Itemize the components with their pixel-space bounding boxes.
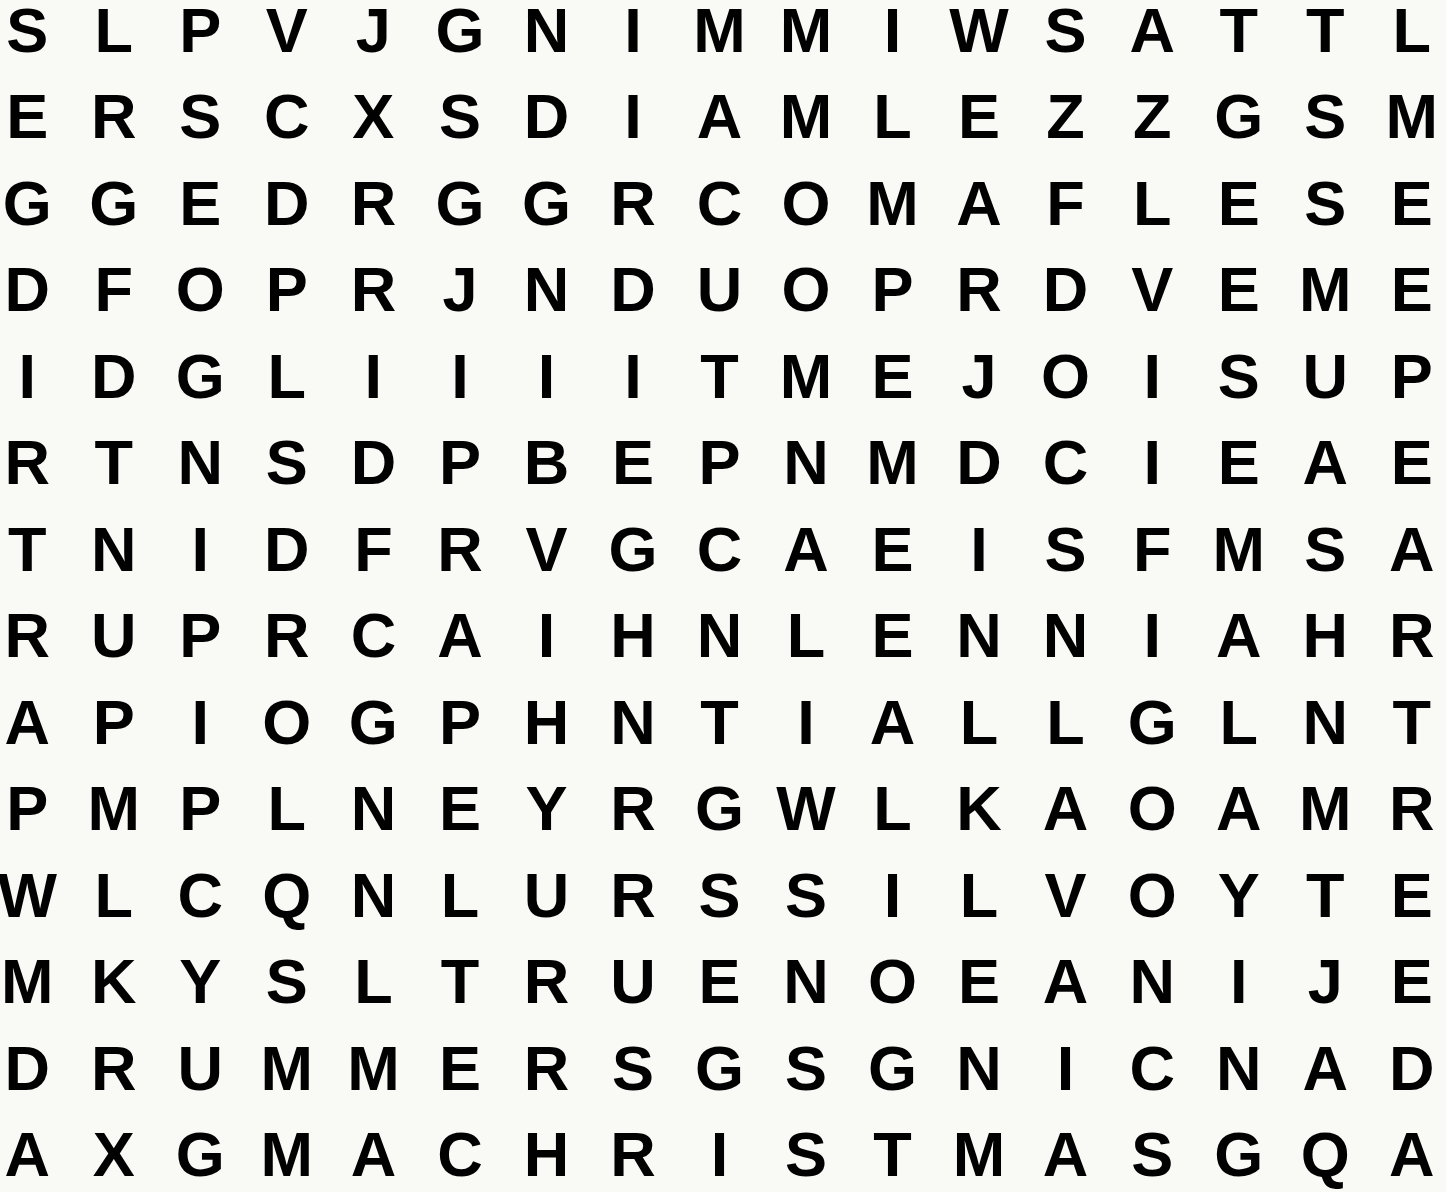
grid-cell-r6c7[interactable]: B — [503, 420, 590, 507]
grid-cell-r9c2[interactable]: P — [71, 679, 158, 766]
grid-cell-r1c1[interactable]: S — [0, 0, 71, 74]
grid-cell-r10c9[interactable]: G — [676, 766, 763, 853]
grid-cell-r1c9[interactable]: M — [676, 0, 763, 74]
grid-cell-r5c5[interactable]: I — [330, 333, 417, 420]
grid-cell-r12c5[interactable]: L — [330, 939, 417, 1026]
grid-cell-r10c12[interactable]: K — [936, 766, 1023, 853]
grid-cell-r7c3[interactable]: I — [157, 506, 244, 593]
grid-cell-r2c12[interactable]: E — [936, 74, 1023, 161]
grid-cell-r12c12[interactable]: E — [936, 939, 1023, 1026]
grid-cell-r9c4[interactable]: O — [244, 679, 331, 766]
grid-cell-r13c17[interactable]: D — [1368, 1025, 1446, 1112]
grid-cell-r12c2[interactable]: K — [71, 939, 158, 1026]
grid-cell-r10c3[interactable]: P — [157, 766, 244, 853]
grid-cell-r2c5[interactable]: X — [330, 74, 417, 161]
grid-cell-r5c16[interactable]: U — [1282, 333, 1369, 420]
grid-cell-r2c6[interactable]: S — [417, 74, 504, 161]
grid-cell-r1c6[interactable]: G — [417, 0, 504, 74]
grid-cell-r9c5[interactable]: G — [330, 679, 417, 766]
grid-cell-r8c14[interactable]: I — [1109, 593, 1196, 680]
grid-cell-r7c11[interactable]: E — [849, 506, 936, 593]
grid-cell-r13c2[interactable]: R — [71, 1025, 158, 1112]
grid-cell-r3c6[interactable]: G — [417, 160, 504, 247]
grid-cell-r12c8[interactable]: U — [590, 939, 677, 1026]
grid-cell-r6c14[interactable]: I — [1109, 420, 1196, 507]
grid-cell-r8c3[interactable]: P — [157, 593, 244, 680]
grid-cell-r9c6[interactable]: P — [417, 679, 504, 766]
grid-cell-r12c17[interactable]: E — [1368, 939, 1446, 1026]
grid-cell-r12c13[interactable]: A — [1022, 939, 1109, 1026]
grid-cell-r8c12[interactable]: N — [936, 593, 1023, 680]
grid-cell-r1c17[interactable]: L — [1368, 0, 1446, 74]
grid-cell-r12c3[interactable]: Y — [157, 939, 244, 1026]
grid-cell-r9c12[interactable]: L — [936, 679, 1023, 766]
grid-cell-r3c16[interactable]: S — [1282, 160, 1369, 247]
grid-cell-r3c13[interactable]: F — [1022, 160, 1109, 247]
grid-cell-r10c7[interactable]: Y — [503, 766, 590, 853]
grid-cell-r6c17[interactable]: E — [1368, 420, 1446, 507]
grid-cell-r8c15[interactable]: A — [1195, 593, 1282, 680]
grid-cell-r12c4[interactable]: S — [244, 939, 331, 1026]
grid-cell-r10c10[interactable]: W — [763, 766, 850, 853]
grid-cell-r14c12[interactable]: M — [936, 1112, 1023, 1192]
grid-cell-r2c16[interactable]: S — [1282, 74, 1369, 161]
grid-cell-r2c15[interactable]: G — [1195, 74, 1282, 161]
grid-cell-r8c5[interactable]: C — [330, 593, 417, 680]
grid-cell-r5c10[interactable]: M — [763, 333, 850, 420]
grid-cell-r10c15[interactable]: A — [1195, 766, 1282, 853]
grid-cell-r4c9[interactable]: U — [676, 247, 763, 334]
grid-cell-r9c9[interactable]: T — [676, 679, 763, 766]
grid-cell-r7c2[interactable]: N — [71, 506, 158, 593]
grid-cell-r3c11[interactable]: M — [849, 160, 936, 247]
grid-cell-r8c1[interactable]: R — [0, 593, 71, 680]
grid-cell-r6c15[interactable]: E — [1195, 420, 1282, 507]
grid-cell-r10c5[interactable]: N — [330, 766, 417, 853]
grid-cell-r3c14[interactable]: L — [1109, 160, 1196, 247]
grid-cell-r13c10[interactable]: S — [763, 1025, 850, 1112]
grid-cell-r13c14[interactable]: C — [1109, 1025, 1196, 1112]
grid-cell-r5c15[interactable]: S — [1195, 333, 1282, 420]
grid-cell-r10c2[interactable]: M — [71, 766, 158, 853]
grid-cell-r1c4[interactable]: V — [244, 0, 331, 74]
grid-cell-r11c6[interactable]: L — [417, 852, 504, 939]
grid-cell-r4c13[interactable]: D — [1022, 247, 1109, 334]
grid-cell-r10c16[interactable]: M — [1282, 766, 1369, 853]
grid-cell-r2c10[interactable]: M — [763, 74, 850, 161]
grid-cell-r2c1[interactable]: E — [0, 74, 71, 161]
grid-cell-r7c17[interactable]: A — [1368, 506, 1446, 593]
grid-cell-r10c14[interactable]: O — [1109, 766, 1196, 853]
grid-cell-r11c8[interactable]: R — [590, 852, 677, 939]
grid-cell-r10c4[interactable]: L — [244, 766, 331, 853]
grid-cell-r8c2[interactable]: U — [71, 593, 158, 680]
grid-cell-r9c11[interactable]: A — [849, 679, 936, 766]
grid-cell-r14c1[interactable]: A — [0, 1112, 71, 1192]
grid-cell-r1c13[interactable]: S — [1022, 0, 1109, 74]
grid-cell-r14c10[interactable]: S — [763, 1112, 850, 1192]
grid-cell-r5c4[interactable]: L — [244, 333, 331, 420]
grid-cell-r3c5[interactable]: R — [330, 160, 417, 247]
grid-cell-r2c7[interactable]: D — [503, 74, 590, 161]
grid-cell-r2c9[interactable]: A — [676, 74, 763, 161]
grid-cell-r4c14[interactable]: V — [1109, 247, 1196, 334]
grid-cell-r12c15[interactable]: I — [1195, 939, 1282, 1026]
grid-cell-r5c17[interactable]: P — [1368, 333, 1446, 420]
grid-cell-r4c17[interactable]: E — [1368, 247, 1446, 334]
grid-cell-r9c14[interactable]: G — [1109, 679, 1196, 766]
grid-cell-r2c2[interactable]: R — [71, 74, 158, 161]
grid-cell-r1c10[interactable]: M — [763, 0, 850, 74]
grid-cell-r11c13[interactable]: V — [1022, 852, 1109, 939]
grid-cell-r7c16[interactable]: S — [1282, 506, 1369, 593]
grid-cell-r2c14[interactable]: Z — [1109, 74, 1196, 161]
grid-cell-r7c5[interactable]: F — [330, 506, 417, 593]
grid-cell-r10c6[interactable]: E — [417, 766, 504, 853]
grid-cell-r13c12[interactable]: N — [936, 1025, 1023, 1112]
grid-cell-r9c3[interactable]: I — [157, 679, 244, 766]
grid-cell-r13c9[interactable]: G — [676, 1025, 763, 1112]
grid-cell-r11c11[interactable]: I — [849, 852, 936, 939]
grid-cell-r12c11[interactable]: O — [849, 939, 936, 1026]
grid-cell-r11c4[interactable]: Q — [244, 852, 331, 939]
grid-cell-r8c13[interactable]: N — [1022, 593, 1109, 680]
grid-cell-r4c2[interactable]: F — [71, 247, 158, 334]
grid-cell-r6c12[interactable]: D — [936, 420, 1023, 507]
grid-cell-r5c1[interactable]: I — [0, 333, 71, 420]
grid-cell-r10c8[interactable]: R — [590, 766, 677, 853]
grid-cell-r3c12[interactable]: A — [936, 160, 1023, 247]
grid-cell-r14c6[interactable]: C — [417, 1112, 504, 1192]
grid-cell-r9c16[interactable]: N — [1282, 679, 1369, 766]
grid-cell-r1c8[interactable]: I — [590, 0, 677, 74]
grid-cell-r3c10[interactable]: O — [763, 160, 850, 247]
grid-cell-r4c16[interactable]: M — [1282, 247, 1369, 334]
grid-cell-r9c13[interactable]: L — [1022, 679, 1109, 766]
grid-cell-r8c8[interactable]: H — [590, 593, 677, 680]
grid-cell-r5c8[interactable]: I — [590, 333, 677, 420]
grid-cell-r11c17[interactable]: E — [1368, 852, 1446, 939]
grid-cell-r5c6[interactable]: I — [417, 333, 504, 420]
grid-cell-r8c6[interactable]: A — [417, 593, 504, 680]
grid-cell-r14c7[interactable]: H — [503, 1112, 590, 1192]
grid-cell-r7c9[interactable]: C — [676, 506, 763, 593]
grid-cell-r4c1[interactable]: D — [0, 247, 71, 334]
grid-cell-r8c11[interactable]: E — [849, 593, 936, 680]
grid-cell-r6c4[interactable]: S — [244, 420, 331, 507]
grid-cell-r6c9[interactable]: P — [676, 420, 763, 507]
grid-cell-r7c8[interactable]: G — [590, 506, 677, 593]
grid-cell-r6c2[interactable]: T — [71, 420, 158, 507]
grid-cell-r13c8[interactable]: S — [590, 1025, 677, 1112]
grid-cell-r14c2[interactable]: X — [71, 1112, 158, 1192]
grid-cell-r3c15[interactable]: E — [1195, 160, 1282, 247]
grid-cell-r13c6[interactable]: E — [417, 1025, 504, 1112]
grid-cell-r1c16[interactable]: T — [1282, 0, 1369, 74]
grid-cell-r9c10[interactable]: I — [763, 679, 850, 766]
grid-cell-r1c14[interactable]: A — [1109, 0, 1196, 74]
grid-cell-r5c14[interactable]: I — [1109, 333, 1196, 420]
grid-cell-r11c7[interactable]: U — [503, 852, 590, 939]
grid-cell-r1c15[interactable]: T — [1195, 0, 1282, 74]
grid-cell-r12c14[interactable]: N — [1109, 939, 1196, 1026]
grid-cell-r7c10[interactable]: A — [763, 506, 850, 593]
grid-cell-r11c2[interactable]: L — [71, 852, 158, 939]
grid-cell-r13c5[interactable]: M — [330, 1025, 417, 1112]
grid-cell-r6c10[interactable]: N — [763, 420, 850, 507]
grid-cell-r9c17[interactable]: T — [1368, 679, 1446, 766]
grid-cell-r7c1[interactable]: T — [0, 506, 71, 593]
grid-cell-r3c17[interactable]: E — [1368, 160, 1446, 247]
grid-cell-r12c9[interactable]: E — [676, 939, 763, 1026]
grid-cell-r2c17[interactable]: M — [1368, 74, 1446, 161]
grid-cell-r8c4[interactable]: R — [244, 593, 331, 680]
grid-cell-r1c2[interactable]: L — [71, 0, 158, 74]
grid-cell-r14c8[interactable]: R — [590, 1112, 677, 1192]
grid-cell-r4c15[interactable]: E — [1195, 247, 1282, 334]
grid-cell-r14c3[interactable]: G — [157, 1112, 244, 1192]
grid-cell-r11c16[interactable]: T — [1282, 852, 1369, 939]
grid-cell-r14c16[interactable]: Q — [1282, 1112, 1369, 1192]
grid-cell-r9c8[interactable]: N — [590, 679, 677, 766]
grid-cell-r4c6[interactable]: J — [417, 247, 504, 334]
grid-cell-r7c7[interactable]: V — [503, 506, 590, 593]
grid-cell-r7c13[interactable]: S — [1022, 506, 1109, 593]
grid-cell-r11c1[interactable]: W — [0, 852, 71, 939]
grid-cell-r5c13[interactable]: O — [1022, 333, 1109, 420]
grid-cell-r12c7[interactable]: R — [503, 939, 590, 1026]
grid-cell-r10c13[interactable]: A — [1022, 766, 1109, 853]
grid-cell-r11c5[interactable]: N — [330, 852, 417, 939]
grid-cell-r3c7[interactable]: G — [503, 160, 590, 247]
grid-cell-r13c7[interactable]: R — [503, 1025, 590, 1112]
grid-cell-r6c3[interactable]: N — [157, 420, 244, 507]
grid-cell-r5c11[interactable]: E — [849, 333, 936, 420]
grid-cell-r11c14[interactable]: O — [1109, 852, 1196, 939]
grid-cell-r4c11[interactable]: P — [849, 247, 936, 334]
grid-cell-r4c4[interactable]: P — [244, 247, 331, 334]
grid-cell-r13c13[interactable]: I — [1022, 1025, 1109, 1112]
grid-cell-r7c15[interactable]: M — [1195, 506, 1282, 593]
grid-cell-r10c11[interactable]: L — [849, 766, 936, 853]
grid-cell-r2c8[interactable]: I — [590, 74, 677, 161]
grid-cell-r5c12[interactable]: J — [936, 333, 1023, 420]
grid-cell-r13c15[interactable]: N — [1195, 1025, 1282, 1112]
grid-cell-r1c5[interactable]: J — [330, 0, 417, 74]
grid-cell-r7c14[interactable]: F — [1109, 506, 1196, 593]
grid-cell-r3c3[interactable]: E — [157, 160, 244, 247]
grid-cell-r1c11[interactable]: I — [849, 0, 936, 74]
grid-cell-r3c4[interactable]: D — [244, 160, 331, 247]
grid-cell-r9c15[interactable]: L — [1195, 679, 1282, 766]
grid-cell-r12c1[interactable]: M — [0, 939, 71, 1026]
word-search-grid: SLPVJGNIMMIWSATTLERSCXSDIAMLEZZGSMGGEDRG… — [0, 0, 1446, 1192]
grid-cell-r9c1[interactable]: A — [0, 679, 71, 766]
grid-cell-r7c12[interactable]: I — [936, 506, 1023, 593]
grid-cell-r11c12[interactable]: L — [936, 852, 1023, 939]
grid-cell-r14c9[interactable]: I — [676, 1112, 763, 1192]
grid-cell-r2c4[interactable]: C — [244, 74, 331, 161]
grid-cell-r6c16[interactable]: A — [1282, 420, 1369, 507]
grid-cell-r5c3[interactable]: G — [157, 333, 244, 420]
grid-cell-r14c17[interactable]: A — [1368, 1112, 1446, 1192]
grid-cell-r13c16[interactable]: A — [1282, 1025, 1369, 1112]
grid-cell-r6c8[interactable]: E — [590, 420, 677, 507]
grid-cell-r14c13[interactable]: A — [1022, 1112, 1109, 1192]
grid-cell-r10c1[interactable]: P — [0, 766, 71, 853]
grid-cell-r14c14[interactable]: S — [1109, 1112, 1196, 1192]
grid-cell-r3c9[interactable]: C — [676, 160, 763, 247]
grid-cell-r4c8[interactable]: D — [590, 247, 677, 334]
grid-cell-r1c3[interactable]: P — [157, 0, 244, 74]
grid-cell-r7c4[interactable]: D — [244, 506, 331, 593]
grid-cell-r2c13[interactable]: Z — [1022, 74, 1109, 161]
grid-cell-r11c10[interactable]: S — [763, 852, 850, 939]
grid-cell-r4c3[interactable]: O — [157, 247, 244, 334]
grid-cell-r10c17[interactable]: R — [1368, 766, 1446, 853]
grid-cell-r11c3[interactable]: C — [157, 852, 244, 939]
grid-cell-r11c15[interactable]: Y — [1195, 852, 1282, 939]
grid-cell-r14c4[interactable]: M — [244, 1112, 331, 1192]
grid-cell-r14c15[interactable]: G — [1195, 1112, 1282, 1192]
grid-cell-r12c16[interactable]: J — [1282, 939, 1369, 1026]
grid-cell-r6c1[interactable]: R — [0, 420, 71, 507]
grid-cell-r12c10[interactable]: N — [763, 939, 850, 1026]
grid-cell-r8c7[interactable]: I — [503, 593, 590, 680]
grid-cell-r3c1[interactable]: G — [0, 160, 71, 247]
grid-cell-r14c5[interactable]: A — [330, 1112, 417, 1192]
grid-cell-r1c12[interactable]: W — [936, 0, 1023, 74]
grid-cell-r13c1[interactable]: D — [0, 1025, 71, 1112]
grid-cell-r4c12[interactable]: R — [936, 247, 1023, 334]
grid-cell-r5c9[interactable]: T — [676, 333, 763, 420]
grid-cell-r5c7[interactable]: I — [503, 333, 590, 420]
grid-cell-r2c3[interactable]: S — [157, 74, 244, 161]
grid-cell-r13c11[interactable]: G — [849, 1025, 936, 1112]
grid-cell-r6c13[interactable]: C — [1022, 420, 1109, 507]
grid-cell-r5c2[interactable]: D — [71, 333, 158, 420]
grid-cell-r8c16[interactable]: H — [1282, 593, 1369, 680]
grid-cell-r12c6[interactable]: T — [417, 939, 504, 1026]
grid-cell-r9c7[interactable]: H — [503, 679, 590, 766]
grid-cell-r3c2[interactable]: G — [71, 160, 158, 247]
grid-cell-r4c10[interactable]: O — [763, 247, 850, 334]
grid-cell-r6c5[interactable]: D — [330, 420, 417, 507]
grid-cell-r3c8[interactable]: R — [590, 160, 677, 247]
grid-cell-r8c10[interactable]: L — [763, 593, 850, 680]
grid-cell-r14c11[interactable]: T — [849, 1112, 936, 1192]
grid-cell-r8c17[interactable]: R — [1368, 593, 1446, 680]
grid-cell-r1c7[interactable]: N — [503, 0, 590, 74]
grid-cell-r13c4[interactable]: M — [244, 1025, 331, 1112]
grid-cell-r4c7[interactable]: N — [503, 247, 590, 334]
grid-cell-r11c9[interactable]: S — [676, 852, 763, 939]
grid-cell-r13c3[interactable]: U — [157, 1025, 244, 1112]
grid-cell-r6c11[interactable]: M — [849, 420, 936, 507]
grid-cell-r8c9[interactable]: N — [676, 593, 763, 680]
grid-cell-r7c6[interactable]: R — [417, 506, 504, 593]
grid-cell-r2c11[interactable]: L — [849, 74, 936, 161]
grid-cell-r4c5[interactable]: R — [330, 247, 417, 334]
grid-cell-r6c6[interactable]: P — [417, 420, 504, 507]
